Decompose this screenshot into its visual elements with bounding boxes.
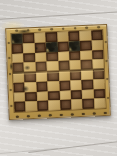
border-stud — [39, 28, 42, 30]
square-d1 — [48, 100, 60, 110]
floor-plank-seam — [28, 140, 117, 153]
square-d2 — [48, 90, 60, 100]
square-h3 — [93, 79, 105, 89]
square-b8 — [23, 33, 35, 43]
border-stud — [82, 112, 85, 114]
border-stud — [97, 26, 100, 28]
border-stud — [7, 42, 10, 44]
square-a6 — [12, 53, 24, 63]
border-stud — [104, 112, 107, 114]
border-stud — [105, 60, 108, 62]
square-g3 — [82, 79, 94, 89]
border-stud — [15, 29, 18, 31]
square-g6 — [80, 50, 92, 60]
border-stud — [38, 114, 41, 116]
square-c1 — [37, 101, 49, 111]
wear-stain — [34, 46, 39, 51]
square-e2 — [59, 90, 71, 100]
square-g2 — [82, 89, 94, 99]
square-d6 — [46, 51, 58, 61]
square-e7 — [57, 41, 69, 51]
square-h2 — [93, 89, 105, 99]
square-c3 — [36, 81, 48, 91]
square-g7 — [80, 40, 92, 50]
border-stud — [106, 78, 109, 80]
stain-a8 — [11, 33, 23, 43]
square-b1 — [26, 101, 38, 111]
board-squares-grid — [10, 29, 106, 113]
square-e1 — [60, 100, 72, 110]
border-stud — [62, 27, 65, 29]
square-g8 — [80, 31, 92, 41]
square-c6 — [35, 52, 47, 62]
square-f3 — [70, 80, 82, 90]
square-d8 — [45, 32, 57, 42]
square-a8 — [11, 33, 23, 43]
border-stud — [60, 113, 63, 115]
board-border-frame — [5, 24, 111, 120]
square-a2 — [14, 92, 26, 102]
square-a1 — [14, 102, 26, 112]
border-stud — [10, 105, 13, 107]
floor-plank-seam — [0, 11, 117, 20]
border-stud — [104, 41, 107, 43]
square-c8 — [34, 32, 46, 42]
square-a4 — [13, 72, 25, 82]
border-stud — [49, 114, 52, 116]
stain-f7 — [69, 41, 81, 51]
square-g4 — [81, 70, 93, 80]
square-h4 — [93, 69, 105, 79]
square-d3 — [48, 81, 60, 91]
square-e3 — [59, 80, 71, 90]
border-stud — [93, 112, 96, 114]
border-stud — [50, 28, 53, 30]
square-g1 — [82, 99, 94, 109]
square-h7 — [91, 40, 103, 50]
square-h6 — [92, 50, 104, 60]
border-stud — [74, 27, 77, 29]
square-f8 — [68, 31, 80, 41]
square-b4 — [24, 72, 36, 82]
chess-board — [5, 24, 111, 120]
border-stud — [71, 113, 74, 115]
square-f7 — [69, 41, 81, 51]
wear-stain — [19, 84, 30, 93]
square-e6 — [58, 51, 70, 61]
border-stud — [85, 26, 88, 28]
square-h8 — [91, 30, 103, 40]
border-stud — [107, 97, 110, 99]
border-stud — [27, 115, 30, 117]
square-f1 — [71, 99, 83, 109]
square-a7 — [12, 43, 24, 53]
square-c4 — [36, 71, 48, 81]
stain-d7 — [46, 42, 58, 52]
square-f6 — [69, 51, 81, 61]
floor — [0, 0, 117, 156]
square-e8 — [57, 32, 69, 42]
border-stud — [9, 89, 12, 91]
square-f2 — [71, 90, 83, 100]
square-c2 — [37, 91, 49, 101]
square-d4 — [47, 71, 59, 81]
square-d7 — [46, 42, 58, 52]
square-b6 — [24, 52, 36, 62]
border-stud — [8, 57, 11, 59]
border-stud — [9, 73, 12, 75]
square-e4 — [58, 71, 70, 81]
border-stud — [16, 115, 19, 117]
square-h1 — [94, 98, 106, 108]
border-stud — [27, 29, 30, 31]
square-f4 — [70, 70, 82, 80]
